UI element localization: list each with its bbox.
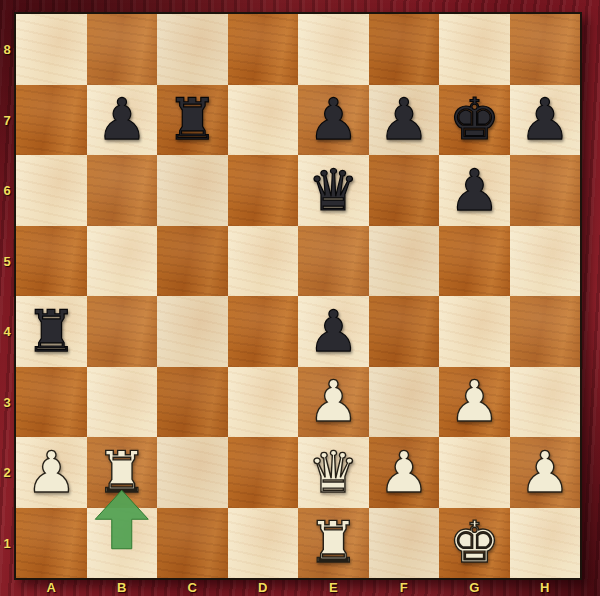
square-h2[interactable]: ♟: [510, 437, 581, 508]
square-e4[interactable]: ♟: [298, 296, 369, 367]
square-g3[interactable]: ♟: [439, 367, 510, 438]
square-h8[interactable]: [510, 14, 581, 85]
square-e3[interactable]: ♟: [298, 367, 369, 438]
square-g6[interactable]: ♟: [439, 155, 510, 226]
square-f1[interactable]: [369, 508, 440, 579]
square-h3[interactable]: [510, 367, 581, 438]
file-label-E: E: [298, 580, 369, 596]
square-e5[interactable]: [298, 226, 369, 297]
square-e1[interactable]: ♜: [298, 508, 369, 579]
black-pawn-e4[interactable]: ♟: [308, 303, 359, 360]
rank-label-2: 2: [0, 465, 14, 480]
square-b5[interactable]: [87, 226, 158, 297]
file-label-B: B: [87, 580, 158, 596]
black-pawn-h7[interactable]: ♟: [519, 91, 570, 148]
square-c1[interactable]: [157, 508, 228, 579]
square-h1[interactable]: [510, 508, 581, 579]
chess-board-screenshot: ♟♜♟♟♚♟♛♟♜♟♟♟♟♜♛♟♟♜♚ 87654321ABCDEFGH: [0, 0, 600, 596]
square-e7[interactable]: ♟: [298, 85, 369, 156]
square-b2[interactable]: ♜: [87, 437, 158, 508]
white-pawn-f2[interactable]: ♟: [378, 444, 429, 501]
square-g7[interactable]: ♚: [439, 85, 510, 156]
black-pawn-f7[interactable]: ♟: [378, 91, 429, 148]
square-g8[interactable]: [439, 14, 510, 85]
square-a4[interactable]: ♜: [16, 296, 87, 367]
square-a7[interactable]: [16, 85, 87, 156]
square-d2[interactable]: [228, 437, 299, 508]
chess-board: ♟♜♟♟♚♟♛♟♜♟♟♟♟♜♛♟♟♜♚: [14, 12, 582, 580]
file-label-D: D: [228, 580, 299, 596]
square-h5[interactable]: [510, 226, 581, 297]
rank-label-7: 7: [0, 113, 14, 128]
square-f8[interactable]: [369, 14, 440, 85]
square-d1[interactable]: [228, 508, 299, 579]
square-h7[interactable]: ♟: [510, 85, 581, 156]
black-rook-a4[interactable]: ♜: [26, 303, 77, 360]
white-pawn-e3[interactable]: ♟: [308, 373, 359, 430]
file-label-H: H: [510, 580, 581, 596]
square-d7[interactable]: [228, 85, 299, 156]
square-e6[interactable]: ♛: [298, 155, 369, 226]
square-c5[interactable]: [157, 226, 228, 297]
square-a2[interactable]: ♟: [16, 437, 87, 508]
square-g5[interactable]: [439, 226, 510, 297]
black-pawn-g6[interactable]: ♟: [449, 162, 500, 219]
square-a1[interactable]: [16, 508, 87, 579]
square-a5[interactable]: [16, 226, 87, 297]
square-a8[interactable]: [16, 14, 87, 85]
square-f4[interactable]: [369, 296, 440, 367]
square-d6[interactable]: [228, 155, 299, 226]
square-c3[interactable]: [157, 367, 228, 438]
rank-label-6: 6: [0, 183, 14, 198]
black-pawn-b7[interactable]: ♟: [96, 91, 147, 148]
square-f5[interactable]: [369, 226, 440, 297]
rank-label-4: 4: [0, 324, 14, 339]
white-king-g1[interactable]: ♚: [449, 514, 500, 571]
square-c8[interactable]: [157, 14, 228, 85]
square-d8[interactable]: [228, 14, 299, 85]
white-pawn-g3[interactable]: ♟: [449, 373, 500, 430]
square-d3[interactable]: [228, 367, 299, 438]
white-pawn-a2[interactable]: ♟: [26, 444, 77, 501]
square-a6[interactable]: [16, 155, 87, 226]
square-b4[interactable]: [87, 296, 158, 367]
file-label-G: G: [439, 580, 510, 596]
square-b7[interactable]: ♟: [87, 85, 158, 156]
square-f2[interactable]: ♟: [369, 437, 440, 508]
black-queen-e6[interactable]: ♛: [308, 162, 359, 219]
square-h6[interactable]: [510, 155, 581, 226]
rank-label-1: 1: [0, 536, 14, 551]
rank-label-8: 8: [0, 42, 14, 57]
file-label-C: C: [157, 580, 228, 596]
square-c2[interactable]: [157, 437, 228, 508]
rank-label-3: 3: [0, 395, 14, 410]
square-f3[interactable]: [369, 367, 440, 438]
white-pawn-h2[interactable]: ♟: [519, 444, 570, 501]
square-b8[interactable]: [87, 14, 158, 85]
square-h4[interactable]: [510, 296, 581, 367]
square-b6[interactable]: [87, 155, 158, 226]
square-d5[interactable]: [228, 226, 299, 297]
square-f7[interactable]: ♟: [369, 85, 440, 156]
square-b1[interactable]: [87, 508, 158, 579]
black-rook-c7[interactable]: ♜: [167, 91, 218, 148]
square-a3[interactable]: [16, 367, 87, 438]
square-f6[interactable]: [369, 155, 440, 226]
square-g1[interactable]: ♚: [439, 508, 510, 579]
square-d4[interactable]: [228, 296, 299, 367]
white-queen-e2[interactable]: ♛: [308, 444, 359, 501]
black-king-g7[interactable]: ♚: [449, 91, 500, 148]
square-g2[interactable]: [439, 437, 510, 508]
square-c6[interactable]: [157, 155, 228, 226]
white-rook-b2[interactable]: ♜: [96, 444, 147, 501]
black-pawn-e7[interactable]: ♟: [308, 91, 359, 148]
square-g4[interactable]: [439, 296, 510, 367]
file-label-F: F: [369, 580, 440, 596]
white-rook-e1[interactable]: ♜: [308, 514, 359, 571]
square-c4[interactable]: [157, 296, 228, 367]
square-b3[interactable]: [87, 367, 158, 438]
square-e2[interactable]: ♛: [298, 437, 369, 508]
file-label-A: A: [16, 580, 87, 596]
square-e8[interactable]: [298, 14, 369, 85]
rank-label-5: 5: [0, 254, 14, 269]
square-c7[interactable]: ♜: [157, 85, 228, 156]
